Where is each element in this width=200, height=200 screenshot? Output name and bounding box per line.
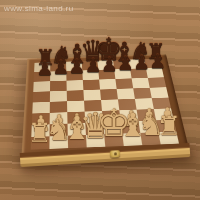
- square-a1: [31, 136, 50, 149]
- square-h1: [158, 131, 179, 144]
- square-e5: [100, 89, 118, 100]
- square-a7: [34, 72, 51, 82]
- board-frame: [22, 54, 190, 156]
- square-b3: [50, 112, 68, 124]
- square-d7: [82, 70, 99, 80]
- square-c6: [66, 80, 83, 91]
- square-f5: [117, 88, 135, 99]
- square-f4: [118, 99, 137, 110]
- square-a4: [32, 102, 50, 114]
- chess-board: [22, 54, 190, 156]
- square-b6: [50, 81, 67, 92]
- square-d5: [83, 90, 101, 101]
- square-b1: [49, 136, 68, 149]
- watermark: www.sima-land.ru: [4, 4, 74, 13]
- square-e2: [103, 122, 122, 135]
- square-a2: [31, 124, 49, 137]
- square-d6: [83, 80, 100, 91]
- square-h6: [148, 77, 166, 88]
- square-c3: [67, 112, 85, 124]
- square-b5: [50, 91, 67, 102]
- square-h4: [152, 98, 171, 109]
- brass-latch: [110, 150, 120, 158]
- square-h2: [156, 120, 176, 132]
- square-c2: [68, 123, 86, 136]
- square-h5: [150, 87, 169, 98]
- square-a5: [33, 91, 50, 102]
- square-c1: [68, 135, 87, 148]
- square-e6: [99, 79, 117, 90]
- square-g5: [133, 88, 152, 99]
- product-photo: ♜♞♝♛♚♝♞♜♟♟♟♟♟♟♟♟♟♟♟♟♟♟♟♟♜♞♝♛♚♝♞♜ www.sim…: [0, 0, 200, 200]
- square-g6: [132, 78, 150, 89]
- square-f3: [119, 110, 138, 122]
- square-g7: [130, 68, 148, 78]
- square-d1: [86, 134, 105, 147]
- square-e7: [98, 69, 115, 79]
- square-g3: [137, 109, 156, 121]
- square-a3: [32, 113, 50, 125]
- square-d2: [85, 122, 104, 135]
- square-e4: [101, 99, 119, 111]
- square-b4: [50, 101, 67, 113]
- square-g2: [138, 120, 158, 133]
- square-c5: [67, 90, 84, 101]
- square-h3: [154, 108, 174, 120]
- square-c7: [66, 70, 83, 80]
- square-d3: [85, 111, 103, 123]
- square-f2: [121, 121, 141, 134]
- square-b2: [50, 124, 68, 137]
- square-g4: [135, 98, 154, 109]
- square-h7: [146, 68, 164, 78]
- board-grid: [31, 59, 179, 150]
- square-f6: [115, 78, 133, 89]
- square-f1: [122, 133, 142, 146]
- square-g1: [140, 132, 160, 145]
- square-f7: [114, 69, 131, 79]
- square-e3: [102, 110, 121, 122]
- square-d4: [84, 100, 102, 112]
- square-a6: [33, 81, 50, 92]
- square-b7: [50, 71, 66, 81]
- square-c4: [67, 101, 85, 113]
- square-e1: [104, 134, 124, 147]
